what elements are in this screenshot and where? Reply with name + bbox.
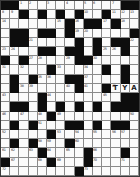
grid-cell[interactable]: [47, 38, 56, 47]
clue-number: 53: [57, 130, 60, 133]
grid-cell[interactable]: [102, 102, 111, 111]
grid-cell[interactable]: 1: [19, 1, 28, 10]
grid-cell[interactable]: [111, 112, 120, 121]
grid-cell[interactable]: 20: [84, 29, 93, 38]
blocked-cell: [47, 158, 56, 167]
grid-cell[interactable]: 17: [102, 19, 111, 28]
grid-cell[interactable]: [102, 56, 111, 65]
grid-cell[interactable]: [75, 93, 84, 102]
blocked-cell: [121, 38, 130, 47]
clue-number: 1: [20, 1, 22, 4]
clue-number: 69: [57, 158, 60, 161]
grid-cell[interactable]: [130, 121, 139, 130]
grid-cell[interactable]: [56, 93, 65, 102]
grid-cell[interactable]: [102, 148, 111, 157]
grid-cell[interactable]: [65, 65, 74, 74]
grid-cell[interactable]: 11: [111, 10, 120, 19]
grid-cell[interactable]: [111, 148, 120, 157]
grid-cell[interactable]: [29, 112, 38, 121]
clue-number: 67: [11, 158, 14, 161]
clue-number: 49: [57, 112, 60, 115]
grid-cell[interactable]: 30: [93, 56, 102, 65]
blocked-cell: [65, 19, 74, 28]
clue-number: 71: [121, 158, 124, 161]
clue-number: 63: [29, 148, 32, 151]
grid-cell[interactable]: 43: [1, 93, 10, 102]
grid-cell[interactable]: [102, 29, 111, 38]
clue-number: 64: [47, 148, 50, 151]
clue-number: 61: [2, 148, 5, 151]
grid-cell[interactable]: [47, 56, 56, 65]
grid-cell[interactable]: [56, 139, 65, 148]
blocked-cell: [47, 112, 56, 121]
clue-number: 36: [47, 75, 50, 78]
grid-cell[interactable]: [84, 102, 93, 111]
grid-cell[interactable]: [29, 167, 38, 176]
blocked-cell: [75, 75, 84, 84]
grid-cell[interactable]: 26: [111, 47, 120, 56]
grid-cell[interactable]: [130, 130, 139, 139]
grid-cell[interactable]: 52: [1, 130, 10, 139]
grid-cell[interactable]: [65, 38, 74, 47]
clue-number: 47: [20, 112, 23, 115]
grid-cell[interactable]: [130, 148, 139, 157]
grid-cell[interactable]: [93, 65, 102, 74]
grid-cell[interactable]: 29: [65, 56, 74, 65]
clue-number: 3: [47, 1, 49, 4]
clue-number: 16: [75, 19, 78, 22]
grid-cell[interactable]: 18: [121, 19, 130, 28]
clue-number: 39: [29, 84, 32, 87]
clue-number: 60: [75, 139, 78, 142]
grid-cell[interactable]: [65, 102, 74, 111]
clue-number: 52: [2, 130, 5, 133]
grid-cell[interactable]: [130, 19, 139, 28]
blocked-cell: [10, 121, 19, 130]
grid-cell[interactable]: [93, 29, 102, 38]
clue-number: 48: [38, 112, 41, 115]
grid-cell[interactable]: [47, 167, 56, 176]
grid-cell[interactable]: 60: [75, 139, 84, 148]
blocked-cell: [38, 93, 47, 102]
blocked-cell: [47, 47, 56, 56]
grid-cell[interactable]: 68: [38, 158, 47, 167]
grid-cell[interactable]: 10: [84, 10, 93, 19]
grid-cell[interactable]: [1, 102, 10, 111]
clue-number: 10: [84, 10, 87, 13]
clue-number: 73: [84, 167, 87, 170]
grid-cell[interactable]: [111, 158, 120, 167]
grid-cell[interactable]: [1, 29, 10, 38]
grid-cell[interactable]: 6: [93, 1, 102, 10]
blocked-cell: [75, 38, 84, 47]
grid-cell[interactable]: [93, 93, 102, 102]
blocked-cell: [10, 84, 19, 93]
grid-cell[interactable]: [84, 47, 93, 56]
grid-cell[interactable]: [29, 158, 38, 167]
grid-cell[interactable]: [65, 130, 74, 139]
blocked-cell: [75, 102, 84, 111]
grid-cell[interactable]: [19, 93, 28, 102]
grid-cell[interactable]: [10, 19, 19, 28]
grid-cell[interactable]: Y: [121, 84, 130, 93]
grid-cell[interactable]: [84, 130, 93, 139]
grid-cell[interactable]: [56, 84, 65, 93]
grid-cell[interactable]: 32: [19, 65, 28, 74]
grid-cell[interactable]: [121, 29, 130, 38]
clue-number: 25: [103, 47, 106, 50]
grid-cell[interactable]: 25: [102, 47, 111, 56]
blocked-cell: [29, 121, 38, 130]
grid-cell[interactable]: 47: [19, 112, 28, 121]
grid-cell[interactable]: [47, 10, 56, 19]
grid-cell[interactable]: [93, 84, 102, 93]
grid-cell[interactable]: 58: [38, 139, 47, 148]
grid-cell[interactable]: 53: [56, 130, 65, 139]
grid-cell[interactable]: [65, 158, 74, 167]
grid-cell[interactable]: [19, 148, 28, 157]
grid-cell[interactable]: A: [130, 84, 139, 93]
grid-cell[interactable]: 71: [121, 158, 130, 167]
grid-cell[interactable]: [130, 139, 139, 148]
grid-cell[interactable]: 38: [19, 84, 28, 93]
blocked-cell: [121, 102, 130, 111]
grid-cell[interactable]: [38, 38, 47, 47]
clue-number: 29: [66, 56, 69, 59]
grid-cell[interactable]: 36: [47, 75, 56, 84]
grid-cell[interactable]: 27: [29, 56, 38, 65]
grid-cell[interactable]: 24: [10, 47, 19, 56]
filled-letter: Y: [121, 84, 129, 92]
grid-cell[interactable]: 22: [130, 38, 139, 47]
grid-cell[interactable]: 39: [29, 84, 38, 93]
grid-cell[interactable]: 14: [1, 19, 10, 28]
grid-cell[interactable]: [47, 102, 56, 111]
crossword-grid: 1234567891011121314151617181920212223242…: [0, 0, 140, 177]
grid-cell[interactable]: 9: [10, 10, 19, 19]
grid-cell[interactable]: [93, 112, 102, 121]
clue-number: 41: [84, 84, 87, 87]
grid-cell[interactable]: [93, 75, 102, 84]
clue-number: 40: [66, 84, 69, 87]
clue-number: 5: [84, 1, 86, 4]
grid-cell[interactable]: 2: [29, 1, 38, 10]
clue-number: 27: [29, 56, 32, 59]
blocked-cell: [93, 102, 102, 111]
grid-cell[interactable]: [102, 1, 111, 10]
grid-cell[interactable]: [38, 19, 47, 28]
grid-cell[interactable]: 49: [56, 112, 65, 121]
grid-cell[interactable]: [130, 65, 139, 74]
grid-cell[interactable]: 55: [93, 130, 102, 139]
grid-cell[interactable]: 57: [121, 130, 130, 139]
clue-number: 72: [2, 167, 5, 170]
grid-cell[interactable]: 35: [38, 75, 47, 84]
blocked-cell: [19, 102, 28, 111]
blocked-cell: [38, 102, 47, 111]
grid-cell[interactable]: [121, 112, 130, 121]
grid-cell[interactable]: [93, 10, 102, 19]
grid-cell[interactable]: [111, 139, 120, 148]
clue-number: 57: [121, 130, 124, 133]
grid-cell[interactable]: 51: [38, 121, 47, 130]
grid-cell[interactable]: [29, 102, 38, 111]
grid-cell[interactable]: [75, 158, 84, 167]
clue-number: 34: [84, 65, 87, 68]
filled-letter: A: [130, 84, 138, 92]
clue-number: 68: [38, 158, 41, 161]
grid-cell[interactable]: 50: [130, 112, 139, 121]
clue-number: 66: [93, 148, 96, 151]
blocked-cell: [19, 10, 28, 19]
blocked-cell: [75, 47, 84, 56]
grid-cell[interactable]: [19, 158, 28, 167]
clue-number: 62: [11, 148, 14, 151]
blocked-cell: [84, 148, 93, 157]
clue-number: 6: [93, 1, 95, 4]
grid-cell[interactable]: [111, 56, 120, 65]
clue-number: 28: [38, 56, 41, 59]
grid-cell[interactable]: [1, 75, 10, 84]
clue-number: 31: [2, 65, 5, 68]
blocked-cell: [121, 75, 130, 84]
clue-number: 37: [84, 75, 87, 78]
grid-cell[interactable]: 69: [56, 158, 65, 167]
grid-cell[interactable]: 70: [93, 158, 102, 167]
blocked-cell: [38, 10, 47, 19]
clue-number: 50: [130, 112, 133, 115]
grid-cell[interactable]: 67: [10, 158, 19, 167]
blocked-cell: [111, 19, 120, 28]
crossword-screenshot: 1234567891011121314151617181920212223242…: [0, 0, 140, 177]
blocked-cell: [75, 84, 84, 93]
blocked-cell: [47, 29, 56, 38]
grid-cell[interactable]: 65: [65, 148, 74, 157]
grid-cell[interactable]: [111, 29, 120, 38]
grid-cell[interactable]: [56, 29, 65, 38]
grid-cell[interactable]: [75, 1, 84, 10]
grid-cell[interactable]: [111, 93, 120, 102]
blocked-cell: [75, 56, 84, 65]
grid-cell[interactable]: [102, 121, 111, 130]
grid-cell[interactable]: 73: [84, 167, 93, 176]
grid-cell[interactable]: 41: [84, 84, 93, 93]
clue-number: 19: [75, 29, 78, 32]
grid-cell[interactable]: [38, 1, 47, 10]
grid-cell[interactable]: [29, 19, 38, 28]
grid-cell[interactable]: [102, 139, 111, 148]
clue-number: 45: [103, 93, 106, 96]
blocked-cell: [121, 93, 130, 102]
grid-cell[interactable]: [38, 84, 47, 93]
grid-cell[interactable]: [19, 139, 28, 148]
grid-cell[interactable]: [65, 10, 74, 19]
blocked-cell: [10, 102, 19, 111]
grid-cell[interactable]: [56, 167, 65, 176]
grid-cell[interactable]: [19, 121, 28, 130]
clue-number: 65: [66, 148, 69, 151]
grid-cell[interactable]: [102, 112, 111, 121]
grid-cell[interactable]: 3: [47, 1, 56, 10]
grid-cell[interactable]: [102, 167, 111, 176]
clue-number: 13: [130, 10, 133, 13]
clue-number: 12: [121, 10, 124, 13]
clue-number: 21: [29, 38, 32, 41]
grid-cell[interactable]: [56, 1, 65, 10]
blocked-cell: [111, 102, 120, 111]
clue-number: 23: [2, 47, 5, 50]
grid-cell[interactable]: 61: [1, 148, 10, 157]
grid-cell[interactable]: 42T: [111, 84, 120, 93]
clue-number: 30: [93, 56, 96, 59]
grid-cell[interactable]: [130, 56, 139, 65]
grid-cell[interactable]: [29, 93, 38, 102]
grid-cell[interactable]: [19, 167, 28, 176]
grid-cell[interactable]: [10, 65, 19, 74]
clue-number: 18: [121, 19, 124, 22]
clue-number: 14: [2, 19, 5, 22]
grid-cell[interactable]: 64: [47, 148, 56, 157]
grid-cell[interactable]: [75, 148, 84, 157]
grid-cell[interactable]: [10, 112, 19, 121]
blocked-cell: [93, 38, 102, 47]
blocked-cell: [130, 102, 139, 111]
grid-cell[interactable]: 40: [65, 84, 74, 93]
blocked-cell: [56, 102, 65, 111]
clue-number: 46: [2, 112, 5, 115]
grid-cell[interactable]: [84, 112, 93, 121]
clue-number: 20: [84, 29, 87, 32]
blocked-cell: [75, 167, 84, 176]
blocked-cell: [10, 75, 19, 84]
grid-cell[interactable]: [130, 167, 139, 176]
grid-cell[interactable]: [47, 19, 56, 28]
grid-cell[interactable]: [84, 93, 93, 102]
grid-cell[interactable]: [29, 65, 38, 74]
grid-cell[interactable]: 19: [75, 29, 84, 38]
clue-number: 44: [47, 93, 50, 96]
grid-cell[interactable]: 21: [29, 38, 38, 47]
clue-number: 51: [38, 121, 41, 124]
grid-cell[interactable]: [65, 167, 74, 176]
clue-number: 38: [20, 84, 23, 87]
clue-number: 4: [66, 1, 68, 4]
blocked-cell: [65, 29, 74, 38]
clue-number: 59: [47, 139, 50, 142]
clue-number: 26: [112, 47, 115, 50]
grid-cell[interactable]: 72: [1, 167, 10, 176]
clue-number: 43: [2, 93, 5, 96]
clue-number: 70: [93, 158, 96, 161]
grid-cell[interactable]: [111, 65, 120, 74]
grid-cell[interactable]: [10, 93, 19, 102]
grid-cell[interactable]: [65, 112, 74, 121]
blocked-cell: [19, 38, 28, 47]
clue-number: 22: [130, 38, 133, 41]
clue-number: 7: [112, 1, 114, 4]
clue-number: 54: [75, 130, 78, 133]
clue-number: 11: [112, 10, 115, 13]
grid-cell[interactable]: [38, 167, 47, 176]
grid-cell[interactable]: [19, 47, 28, 56]
clue-number: 2: [29, 1, 31, 4]
blocked-cell: [65, 121, 74, 130]
grid-cell[interactable]: 4: [65, 1, 74, 10]
grid-cell[interactable]: [111, 167, 120, 176]
grid-cell[interactable]: [19, 130, 28, 139]
grid-cell[interactable]: 13: [130, 10, 139, 19]
clue-number: 15: [57, 19, 60, 22]
grid-cell[interactable]: 63: [29, 148, 38, 157]
grid-cell[interactable]: [121, 56, 130, 65]
grid-cell[interactable]: [65, 93, 74, 102]
clue-number: 56: [112, 130, 115, 133]
grid-cell[interactable]: [56, 38, 65, 47]
grid-cell[interactable]: [121, 139, 130, 148]
grid-cell[interactable]: [130, 158, 139, 167]
blocked-cell: [10, 29, 19, 38]
grid-cell[interactable]: [29, 130, 38, 139]
grid-cell[interactable]: [102, 130, 111, 139]
grid-cell[interactable]: [75, 65, 84, 74]
grid-cell[interactable]: [56, 47, 65, 56]
clue-number: 24: [11, 47, 14, 50]
clue-number: 9: [11, 10, 13, 13]
grid-cell[interactable]: [29, 10, 38, 19]
clue-number: 8: [2, 10, 4, 13]
grid-cell[interactable]: 33: [56, 65, 65, 74]
grid-cell[interactable]: 45: [102, 93, 111, 102]
blocked-cell: [121, 47, 130, 56]
clue-number: 35: [38, 75, 41, 78]
blocked-cell: [102, 65, 111, 74]
grid-cell[interactable]: [10, 167, 19, 176]
blocked-cell: [130, 93, 139, 102]
blocked-cell: [93, 19, 102, 28]
grid-cell[interactable]: [102, 158, 111, 167]
grid-cell[interactable]: [47, 121, 56, 130]
grid-cell[interactable]: 56: [111, 130, 120, 139]
clue-number: 58: [38, 139, 41, 142]
clue-number: 33: [57, 65, 60, 68]
blocked-cell: [19, 29, 28, 38]
grid-cell[interactable]: [75, 112, 84, 121]
grid-cell[interactable]: [93, 167, 102, 176]
grid-cell[interactable]: [121, 167, 130, 176]
grid-cell[interactable]: [84, 121, 93, 130]
grid-cell[interactable]: 28: [38, 56, 47, 65]
grid-cell[interactable]: [10, 56, 19, 65]
clue-number: 32: [20, 65, 23, 68]
grid-cell[interactable]: [102, 75, 111, 84]
grid-cell[interactable]: [130, 75, 139, 84]
grid-cell[interactable]: 46: [1, 112, 10, 121]
grid-cell[interactable]: [84, 139, 93, 148]
grid-cell[interactable]: 44: [47, 93, 56, 102]
grid-cell[interactable]: [19, 19, 28, 28]
grid-cell[interactable]: 15: [56, 19, 65, 28]
grid-cell[interactable]: [56, 75, 65, 84]
grid-cell[interactable]: 31: [1, 65, 10, 74]
clue-number: 17: [103, 19, 106, 22]
filled-letter: T: [111, 84, 119, 92]
blocked-cell: [121, 65, 130, 74]
grid-cell[interactable]: [130, 47, 139, 56]
grid-cell[interactable]: [10, 130, 19, 139]
clue-number: 55: [93, 130, 96, 133]
grid-cell[interactable]: [84, 38, 93, 47]
grid-cell[interactable]: 23: [1, 47, 10, 56]
